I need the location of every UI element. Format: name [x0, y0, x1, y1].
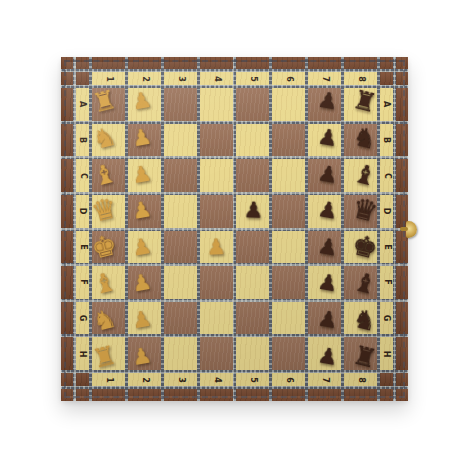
square-h2[interactable]: ♟: [128, 337, 161, 370]
white-pawn[interactable]: ♟: [206, 236, 226, 259]
rank-label: 5: [236, 72, 269, 85]
square-g3[interactable]: [164, 302, 197, 335]
square-c1[interactable]: ♝: [92, 159, 125, 192]
frame-band: [272, 389, 305, 401]
square-h4[interactable]: [200, 337, 233, 370]
square-d2[interactable]: ♟: [128, 195, 161, 228]
square-g1[interactable]: ♞: [92, 302, 125, 335]
product-photo: 12345678A♜♟♟♜AB♞♟♟♞BC♝♟♟♝CD♛♟♟♟♛DE♚♟♟♟♚E…: [0, 0, 465, 465]
file-label: F: [380, 266, 393, 299]
white-pawn[interactable]: ♟: [130, 162, 153, 187]
square-h7[interactable]: ♟: [308, 337, 341, 370]
frame-band: [61, 72, 73, 85]
frame-band: [61, 159, 73, 192]
white-king[interactable]: ♚: [89, 231, 120, 264]
white-knight[interactable]: ♞: [90, 123, 119, 154]
square-a5[interactable]: [236, 88, 269, 121]
square-e1[interactable]: ♚: [92, 231, 125, 264]
black-rook[interactable]: ♜: [350, 86, 379, 117]
file-label: B: [76, 124, 89, 157]
square-d8[interactable]: ♛: [344, 195, 377, 228]
black-queen[interactable]: ♛: [349, 194, 380, 227]
black-pawn[interactable]: ♟: [316, 308, 339, 333]
white-bishop[interactable]: ♝: [90, 268, 119, 299]
square-g6[interactable]: [272, 302, 305, 335]
frame-band: [236, 389, 269, 401]
black-pawn[interactable]: ♟: [316, 125, 339, 150]
square-b3[interactable]: [164, 124, 197, 157]
square-g8[interactable]: ♞: [344, 302, 377, 335]
frame-band: [92, 389, 125, 401]
frame-band: [380, 57, 393, 69]
frame-band: [61, 302, 73, 335]
square-a4[interactable]: [200, 88, 233, 121]
frame-band: [76, 57, 89, 69]
rank-label: 1: [92, 72, 125, 85]
chess-board: 12345678A♜♟♟♜AB♞♟♟♞BC♝♟♟♝CD♛♟♟♟♛DE♚♟♟♟♚E…: [61, 57, 408, 401]
square-b8[interactable]: ♞: [344, 124, 377, 157]
square-e3[interactable]: [164, 231, 197, 264]
rank-label: 4: [200, 373, 233, 386]
square-d3[interactable]: [164, 195, 197, 228]
square-f6[interactable]: [272, 266, 305, 299]
square-c8[interactable]: ♝: [344, 159, 377, 192]
frame-band: [76, 389, 89, 401]
rank-label: 5: [236, 373, 269, 386]
file-label: E: [76, 231, 89, 264]
black-knight[interactable]: ♞: [350, 123, 379, 154]
square-f7[interactable]: ♟: [308, 266, 341, 299]
white-knight[interactable]: ♞: [90, 305, 119, 336]
rank-label: 4: [200, 72, 233, 85]
white-pawn[interactable]: ♟: [130, 271, 153, 296]
file-label: E: [380, 231, 393, 264]
frame-band: [61, 231, 73, 264]
board-grid: 12345678A♜♟♟♜AB♞♟♟♞BC♝♟♟♝CD♛♟♟♟♛DE♚♟♟♟♚E…: [61, 57, 408, 401]
frame-corner: [380, 72, 393, 85]
square-c5[interactable]: [236, 159, 269, 192]
black-pawn[interactable]: ♟: [316, 235, 339, 260]
square-a8[interactable]: ♜: [344, 88, 377, 121]
frame-band: [396, 302, 408, 335]
frame-band: [128, 57, 161, 69]
frame-corner: [76, 72, 89, 85]
file-label: D: [76, 195, 89, 228]
brass-clasp-icon: [406, 221, 417, 238]
square-c2[interactable]: ♟: [128, 159, 161, 192]
square-f3[interactable]: [164, 266, 197, 299]
square-d6[interactable]: [272, 195, 305, 228]
square-d7[interactable]: ♟: [308, 195, 341, 228]
square-b1[interactable]: ♞: [92, 124, 125, 157]
frame-band: [61, 124, 73, 157]
frame-band: [200, 389, 233, 401]
square-c3[interactable]: [164, 159, 197, 192]
square-a7[interactable]: ♟: [308, 88, 341, 121]
square-g5[interactable]: [236, 302, 269, 335]
square-g7[interactable]: ♟: [308, 302, 341, 335]
white-bishop[interactable]: ♝: [90, 159, 119, 190]
frame-band: [396, 88, 408, 121]
frame-band: [344, 389, 377, 401]
file-label: A: [380, 88, 393, 121]
frame-band: [396, 57, 408, 69]
square-g2[interactable]: ♟: [128, 302, 161, 335]
frame-band: [61, 88, 73, 121]
square-b4[interactable]: [200, 124, 233, 157]
square-f5[interactable]: [236, 266, 269, 299]
frame-band: [396, 389, 408, 401]
rank-label: 8: [344, 72, 377, 85]
square-h1[interactable]: ♜: [92, 337, 125, 370]
frame-band: [61, 57, 73, 69]
file-label: H: [76, 337, 89, 370]
rank-label: 2: [128, 373, 161, 386]
frame-band: [396, 124, 408, 157]
frame-corner: [380, 373, 393, 386]
frame-band: [61, 266, 73, 299]
square-c6[interactable]: [272, 159, 305, 192]
file-label: F: [76, 266, 89, 299]
frame-band: [164, 57, 197, 69]
black-king[interactable]: ♚: [349, 231, 380, 264]
rank-label: 7: [308, 373, 341, 386]
square-f8[interactable]: ♝: [344, 266, 377, 299]
square-d5[interactable]: ♟: [236, 195, 269, 228]
frame-band: [272, 57, 305, 69]
black-pawn[interactable]: ♟: [316, 271, 339, 296]
frame-band: [308, 57, 341, 69]
white-pawn[interactable]: ♟: [130, 198, 153, 223]
frame-band: [164, 389, 197, 401]
rank-label: 3: [164, 72, 197, 85]
black-pawn[interactable]: ♟: [316, 89, 339, 114]
frame-band: [396, 337, 408, 370]
square-e8[interactable]: ♚: [344, 231, 377, 264]
frame-band: [200, 57, 233, 69]
black-pawn[interactable]: ♟: [316, 198, 339, 223]
white-pawn[interactable]: ♟: [130, 344, 153, 369]
square-a6[interactable]: [272, 88, 305, 121]
rank-label: 7: [308, 72, 341, 85]
square-h3[interactable]: [164, 337, 197, 370]
square-e7[interactable]: ♟: [308, 231, 341, 264]
file-label: D: [380, 195, 393, 228]
frame-band: [61, 389, 73, 401]
file-label: A: [76, 88, 89, 121]
frame-band: [344, 57, 377, 69]
black-bishop[interactable]: ♝: [350, 268, 379, 299]
black-pawn[interactable]: ♟: [316, 344, 339, 369]
frame-band: [308, 389, 341, 401]
square-e4[interactable]: ♟: [200, 231, 233, 264]
square-h5[interactable]: [236, 337, 269, 370]
square-e6[interactable]: [272, 231, 305, 264]
square-g4[interactable]: [200, 302, 233, 335]
frame-band: [396, 266, 408, 299]
square-e2[interactable]: ♟: [128, 231, 161, 264]
white-queen[interactable]: ♛: [89, 194, 120, 227]
rank-label: 8: [344, 373, 377, 386]
rank-label: 6: [272, 373, 305, 386]
square-a3[interactable]: [164, 88, 197, 121]
frame-band: [92, 57, 125, 69]
file-label: C: [380, 159, 393, 192]
square-f2[interactable]: ♟: [128, 266, 161, 299]
white-pawn[interactable]: ♟: [130, 235, 153, 260]
file-label: C: [76, 159, 89, 192]
black-rook[interactable]: ♜: [350, 341, 379, 372]
file-label: B: [380, 124, 393, 157]
file-label: G: [76, 302, 89, 335]
frame-band: [61, 337, 73, 370]
square-b5[interactable]: [236, 124, 269, 157]
frame-band: [396, 72, 408, 85]
file-label: G: [380, 302, 393, 335]
square-b6[interactable]: [272, 124, 305, 157]
white-pawn[interactable]: ♟: [130, 125, 153, 150]
square-c4[interactable]: [200, 159, 233, 192]
square-e5[interactable]: [236, 231, 269, 264]
rank-label: 2: [128, 72, 161, 85]
square-a1[interactable]: ♜: [92, 88, 125, 121]
square-b2[interactable]: ♟: [128, 124, 161, 157]
white-pawn[interactable]: ♟: [130, 89, 153, 114]
black-bishop[interactable]: ♝: [350, 159, 379, 190]
file-label: H: [380, 337, 393, 370]
square-h8[interactable]: ♜: [344, 337, 377, 370]
square-d4[interactable]: [200, 195, 233, 228]
rank-label: 6: [272, 72, 305, 85]
square-f4[interactable]: [200, 266, 233, 299]
black-pawn[interactable]: ♟: [243, 199, 263, 222]
frame-band: [61, 373, 73, 386]
square-c7[interactable]: ♟: [308, 159, 341, 192]
square-f1[interactable]: ♝: [92, 266, 125, 299]
frame-band: [236, 57, 269, 69]
frame-band: [61, 195, 73, 228]
frame-corner: [76, 373, 89, 386]
white-pawn[interactable]: ♟: [130, 308, 153, 333]
white-rook[interactable]: ♜: [90, 341, 119, 372]
frame-band: [396, 159, 408, 192]
rank-label: 3: [164, 373, 197, 386]
frame-band: [128, 389, 161, 401]
square-b7[interactable]: ♟: [308, 124, 341, 157]
white-rook[interactable]: ♜: [90, 86, 119, 117]
black-pawn[interactable]: ♟: [316, 162, 339, 187]
square-a2[interactable]: ♟: [128, 88, 161, 121]
frame-band: [396, 373, 408, 386]
frame-band: [380, 389, 393, 401]
square-h6[interactable]: [272, 337, 305, 370]
square-d1[interactable]: ♛: [92, 195, 125, 228]
black-knight[interactable]: ♞: [350, 305, 379, 336]
rank-label: 1: [92, 373, 125, 386]
